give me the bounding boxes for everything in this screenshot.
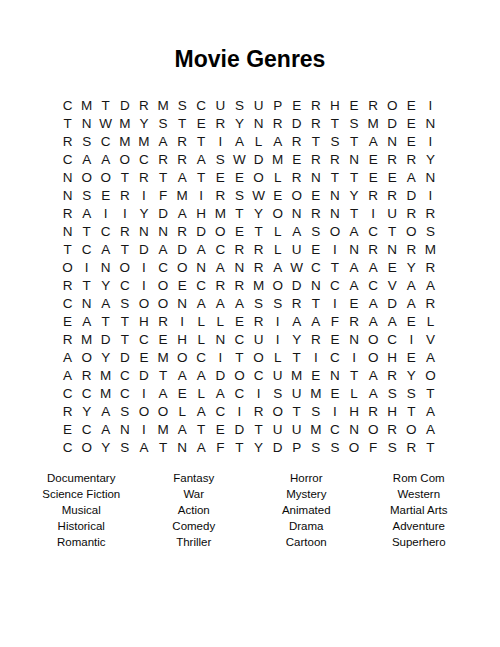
grid-cell-r2c17: M [364,114,383,132]
grid-cell-r3c11: L [249,132,268,150]
grid-cell-r11c3: Y [96,276,115,294]
grid-cell-r7c13: N [287,204,306,222]
grid-cell-r16c9: D [211,367,230,385]
word-list-item: Drama [250,518,363,534]
grid-cell-r13c20: L [421,313,440,331]
grid-cell-r20c5: A [134,439,153,457]
grid-cell-r12c5: O [134,295,153,313]
grid-cell-r9c14: E [306,240,325,258]
grid-cell-r6c8: I [192,186,211,204]
grid-cell-r16c4: C [115,367,134,385]
grid-cell-r5c5: R [134,168,153,186]
grid-cell-r12c8: A [192,295,211,313]
grid-cell-r2c12: R [268,114,287,132]
word-list-column: DocumentaryScience FictionMusicalHistori… [25,470,138,550]
grid-cell-r15c14: I [306,349,325,367]
grid-cell-r11c5: I [134,276,153,294]
grid-cell-r1c8: C [192,96,211,114]
grid-cell-r17c15: E [325,385,344,403]
grid-cell-r16c5: D [134,367,153,385]
word-list-column: HorrorMysteryAnimatedDramaCartoon [250,470,363,550]
grid-cell-r12c11: S [249,295,268,313]
grid-cell-r2c2: N [77,114,96,132]
grid-cell-r3c15: S [325,132,344,150]
grid-cell-r6c7: M [173,186,192,204]
grid-cell-r14c3: D [96,331,115,349]
grid-cell-r2c5: Y [134,114,153,132]
grid-cell-r19c15: C [325,421,344,439]
grid-cell-r11c9: R [211,276,230,294]
grid-cell-r5c6: T [154,168,173,186]
grid-cell-r1c13: E [287,96,306,114]
grid-cell-r11c16: A [345,276,364,294]
grid-cell-r11c8: C [192,276,211,294]
grid-cell-r2c20: N [421,114,440,132]
grid-cell-r10c7: O [173,258,192,276]
grid-cell-r8c19: O [402,222,421,240]
grid-cell-r18c12: O [268,403,287,421]
grid-cell-r11c6: O [154,276,173,294]
grid-cell-r14c2: M [77,331,96,349]
grid-cell-r19c11: T [249,421,268,439]
grid-cell-r4c12: M [268,150,287,168]
grid-cell-r7c14: R [306,204,325,222]
grid-cell-r8c3: C [96,222,115,240]
grid-cell-r11c2: T [77,276,96,294]
grid-cell-r3c13: R [287,132,306,150]
grid-cell-r14c9: N [211,331,230,349]
grid-cell-r4c4: O [115,150,134,168]
grid-cell-r6c13: O [287,186,306,204]
grid-cell-r1c3: T [96,96,115,114]
grid-cell-r5c16: T [345,168,364,186]
grid-cell-r19c5: I [134,421,153,439]
grid-cell-r16c17: A [364,367,383,385]
grid-cell-r12c16: E [345,295,364,313]
grid-cell-r6c19: D [402,186,421,204]
grid-cell-r12c12: S [268,295,287,313]
grid-cell-r11c12: O [268,276,287,294]
grid-cell-r4c10: W [230,150,249,168]
grid-cell-r11c20: A [421,276,440,294]
grid-cell-r18c3: A [96,403,115,421]
grid-cell-r19c7: A [173,421,192,439]
grid-cell-r8c17: C [364,222,383,240]
grid-cell-r19c2: C [77,421,96,439]
grid-cell-r1c18: O [383,96,402,114]
grid-cell-r17c16: L [345,385,364,403]
grid-cell-r1c10: S [230,96,249,114]
grid-cell-r2c8: E [192,114,211,132]
grid-cell-r20c4: S [115,439,134,457]
grid-cell-r18c1: R [58,403,77,421]
grid-cell-r1c1: C [58,96,77,114]
grid-cell-r10c12: A [268,258,287,276]
grid-cell-r13c5: H [134,313,153,331]
grid-cell-r15c5: E [134,349,153,367]
word-list-column: FantasyWarActionComedyThriller [138,470,251,550]
grid-cell-r6c10: S [230,186,249,204]
grid-cell-r14c7: H [173,331,192,349]
grid-cell-r8c15: O [325,222,344,240]
grid-cell-r13c3: T [96,313,115,331]
grid-cell-r20c13: P [287,439,306,457]
grid-cell-r14c12: I [268,331,287,349]
grid-cell-r1c2: M [77,96,96,114]
grid-cell-r12c7: N [173,295,192,313]
grid-cell-r8c11: T [249,222,268,240]
grid-cell-r4c7: R [173,150,192,168]
grid-cell-r3c6: A [154,132,173,150]
grid-cell-r8c14: S [306,222,325,240]
grid-cell-r11c1: R [58,276,77,294]
grid-cell-r20c6: T [154,439,173,457]
word-list-item: Animated [250,502,363,518]
grid-cell-r4c2: A [77,150,96,168]
grid-cell-r15c7: O [173,349,192,367]
grid-cell-r3c19: E [402,132,421,150]
word-list: DocumentaryScience FictionMusicalHistori… [25,470,475,550]
grid-cell-r15c20: A [421,349,440,367]
grid-cell-r12c2: N [77,295,96,313]
grid-cell-r5c3: O [96,168,115,186]
grid-cell-r18c20: A [421,403,440,421]
grid-cell-r9c11: R [249,240,268,258]
grid-cell-r2c19: E [402,114,421,132]
grid-cell-r8c7: R [173,222,192,240]
grid-cell-r9c3: A [96,240,115,258]
grid-cell-r16c19: Y [402,367,421,385]
grid-cell-r5c13: R [287,168,306,186]
grid-cell-r3c20: I [421,132,440,150]
grid-cell-r19c6: M [154,421,173,439]
grid-cell-r10c13: W [287,258,306,276]
word-list-item: Adventure [363,518,476,534]
grid-cell-r9c17: R [364,240,383,258]
grid-cell-r1c14: R [306,96,325,114]
grid-cell-r20c3: Y [96,439,115,457]
grid-cell-r14c6: E [154,331,173,349]
grid-cell-r1c4: D [115,96,134,114]
grid-cell-r2c14: R [306,114,325,132]
grid-cell-r16c8: A [192,367,211,385]
grid-cell-r9c13: U [287,240,306,258]
grid-cell-r14c15: E [325,331,344,349]
grid-cell-r2c6: S [154,114,173,132]
grid-cell-r7c19: R [402,204,421,222]
grid-cell-r8c9: O [211,222,230,240]
grid-cell-r6c12: E [268,186,287,204]
grid-cell-r18c16: H [345,403,364,421]
grid-cell-r10c16: A [345,258,364,276]
word-list-item: Historical [25,518,138,534]
grid-cell-r3c4: M [115,132,134,150]
grid-cell-r20c19: R [402,439,421,457]
grid-cell-r10c11: R [249,258,268,276]
grid-cell-r13c14: A [306,313,325,331]
grid-cell-r5c19: A [402,168,421,186]
grid-cell-r20c1: C [58,439,77,457]
grid-cell-r8c10: E [230,222,249,240]
grid-cell-r13c9: L [211,313,230,331]
grid-cell-r6c17: R [364,186,383,204]
grid-cell-r3c17: A [364,132,383,150]
grid-cell-r20c11: Y [249,439,268,457]
word-list-item: Musical [25,502,138,518]
grid-cell-r5c1: N [58,168,77,186]
grid-cell-r6c3: E [96,186,115,204]
word-list-item: War [138,486,251,502]
grid-cell-r5c4: T [115,168,134,186]
grid-cell-r19c9: E [211,421,230,439]
grid-cell-r16c6: T [154,367,173,385]
grid-cell-r12c13: R [287,295,306,313]
letter-grid: CMTDRMSCUSUPERHEROEITNWMYSTERYNRDRTSMDEN… [58,96,440,457]
grid-cell-r19c12: U [268,421,287,439]
grid-cell-r13c18: A [383,313,402,331]
grid-cell-r7c20: R [421,204,440,222]
grid-cell-r14c14: R [306,331,325,349]
grid-cell-r7c6: D [154,204,173,222]
grid-cell-r18c15: I [325,403,344,421]
grid-cell-r11c13: D [287,276,306,294]
grid-cell-r18c11: R [249,403,268,421]
grid-cell-r1c5: R [134,96,153,114]
grid-cell-r13c17: A [364,313,383,331]
grid-cell-r6c5: I [134,186,153,204]
grid-cell-r15c19: E [402,349,421,367]
grid-cell-r17c14: M [306,385,325,403]
grid-cell-r8c5: N [134,222,153,240]
grid-cell-r11c19: A [402,276,421,294]
word-list-item: Fantasy [138,470,251,486]
grid-cell-r18c17: R [364,403,383,421]
grid-cell-r10c17: A [364,258,383,276]
grid-cell-r15c18: H [383,349,402,367]
grid-cell-r10c15: T [325,258,344,276]
grid-cell-r3c7: R [173,132,192,150]
grid-cell-r7c7: A [173,204,192,222]
grid-cell-r15c16: I [345,349,364,367]
word-list-item: Martial Arts [363,502,476,518]
grid-cell-r5c7: A [173,168,192,186]
grid-cell-r3c8: T [192,132,211,150]
grid-cell-r5c9: E [211,168,230,186]
grid-cell-r19c14: M [306,421,325,439]
grid-cell-r13c1: E [58,313,77,331]
grid-cell-r2c10: Y [230,114,249,132]
grid-cell-r13c13: A [287,313,306,331]
grid-cell-r8c13: A [287,222,306,240]
grid-cell-r10c3: N [96,258,115,276]
grid-cell-r5c12: L [268,168,287,186]
grid-cell-r9c9: C [211,240,230,258]
grid-cell-r10c18: E [383,258,402,276]
grid-cell-r3c9: I [211,132,230,150]
grid-cell-r13c12: I [268,313,287,331]
grid-cell-r9c15: I [325,240,344,258]
grid-cell-r17c19: S [402,385,421,403]
grid-cell-r15c2: O [77,349,96,367]
grid-cell-r9c18: N [383,240,402,258]
grid-cell-r17c11: I [249,385,268,403]
grid-cell-r12c17: A [364,295,383,313]
grid-cell-r4c5: C [134,150,153,168]
grid-cell-r17c20: T [421,385,440,403]
grid-cell-r16c12: U [268,367,287,385]
grid-cell-r19c19: O [402,421,421,439]
grid-cell-r3c3: C [96,132,115,150]
grid-cell-r8c12: L [268,222,287,240]
grid-cell-r4c15: R [325,150,344,168]
grid-cell-r4c20: Y [421,150,440,168]
grid-cell-r15c13: T [287,349,306,367]
grid-cell-r16c15: N [325,367,344,385]
grid-cell-r2c13: D [287,114,306,132]
grid-cell-r13c4: T [115,313,134,331]
grid-cell-r20c9: F [211,439,230,457]
grid-cell-r19c10: D [230,421,249,439]
grid-cell-r13c2: A [77,313,96,331]
grid-cell-r12c15: I [325,295,344,313]
grid-cell-r17c2: C [77,385,96,403]
grid-cell-r7c3: I [96,204,115,222]
grid-cell-r14c10: C [230,331,249,349]
word-list-item: Documentary [25,470,138,486]
grid-cell-r1c7: S [173,96,192,114]
grid-cell-r19c16: N [345,421,364,439]
grid-cell-r1c20: I [421,96,440,114]
grid-cell-r9c1: T [58,240,77,258]
grid-cell-r1c9: U [211,96,230,114]
grid-cell-r1c19: E [402,96,421,114]
grid-cell-r4c6: R [154,150,173,168]
grid-cell-r14c1: R [58,331,77,349]
grid-cell-r11c15: C [325,276,344,294]
grid-cell-r15c9: I [211,349,230,367]
grid-cell-r17c7: E [173,385,192,403]
grid-cell-r8c6: N [154,222,173,240]
grid-cell-r7c12: O [268,204,287,222]
word-list-column: Rom ComWesternMartial ArtsAdventureSuper… [363,470,476,550]
grid-cell-r16c13: M [287,367,306,385]
grid-cell-r19c1: E [58,421,77,439]
grid-cell-r16c18: R [383,367,402,385]
grid-cell-r9c5: D [134,240,153,258]
grid-cell-r3c18: N [383,132,402,150]
grid-cell-r3c5: M [134,132,153,150]
grid-cell-r12c6: O [154,295,173,313]
grid-cell-r18c2: Y [77,403,96,421]
grid-cell-r14c8: L [192,331,211,349]
grid-cell-r16c1: A [58,367,77,385]
grid-cell-r10c20: R [421,258,440,276]
grid-cell-r11c14: N [306,276,325,294]
grid-cell-r15c4: D [115,349,134,367]
grid-cell-r14c20: V [421,331,440,349]
grid-cell-r17c8: L [192,385,211,403]
grid-cell-r10c4: O [115,258,134,276]
grid-cell-r17c3: M [96,385,115,403]
grid-cell-r18c5: O [134,403,153,421]
grid-cell-r2c1: T [58,114,77,132]
word-list-item: Comedy [138,518,251,534]
grid-cell-r12c10: A [230,295,249,313]
grid-cell-r6c20: I [421,186,440,204]
grid-cell-r12c9: A [211,295,230,313]
grid-cell-r14c18: C [383,331,402,349]
grid-cell-r7c15: N [325,204,344,222]
grid-cell-r14c17: O [364,331,383,349]
grid-cell-r5c20: N [421,168,440,186]
grid-cell-r12c1: C [58,295,77,313]
grid-cell-r20c2: O [77,439,96,457]
grid-cell-r2c15: T [325,114,344,132]
grid-cell-r11c10: R [230,276,249,294]
grid-cell-r6c18: R [383,186,402,204]
grid-cell-r4c18: R [383,150,402,168]
grid-cell-r16c11: C [249,367,268,385]
grid-cell-r5c15: T [325,168,344,186]
grid-cell-r9c6: A [154,240,173,258]
word-list-item: Action [138,502,251,518]
grid-cell-r18c4: S [115,403,134,421]
grid-cell-r13c7: I [173,313,192,331]
grid-cell-r14c5: C [134,331,153,349]
word-list-item: Rom Com [363,470,476,486]
word-list-item: Cartoon [250,534,363,550]
grid-cell-r10c19: Y [402,258,421,276]
grid-cell-r1c16: E [345,96,364,114]
word-list-item: Western [363,486,476,502]
grid-cell-r15c15: C [325,349,344,367]
grid-cell-r1c6: M [154,96,173,114]
grid-cell-r15c12: L [268,349,287,367]
grid-cell-r5c11: O [249,168,268,186]
grid-cell-r15c8: C [192,349,211,367]
grid-cell-r12c20: R [421,295,440,313]
grid-cell-r3c1: R [58,132,77,150]
grid-cell-r18c9: C [211,403,230,421]
grid-cell-r15c3: Y [96,349,115,367]
grid-cell-r9c16: N [345,240,364,258]
grid-cell-r17c17: A [364,385,383,403]
word-list-item: Thriller [138,534,251,550]
grid-cell-r13c15: F [325,313,344,331]
grid-cell-r18c7: L [173,403,192,421]
grid-cell-r2c4: M [115,114,134,132]
grid-cell-r4c13: E [287,150,306,168]
grid-cell-r14c13: Y [287,331,306,349]
grid-cell-r9c4: T [115,240,134,258]
grid-cell-r6c16: Y [345,186,364,204]
grid-cell-r18c8: A [192,403,211,421]
grid-cell-r11c4: C [115,276,134,294]
grid-cell-r15c11: O [249,349,268,367]
grid-cell-r2c18: D [383,114,402,132]
grid-cell-r11c17: C [364,276,383,294]
grid-cell-r7c1: R [58,204,77,222]
grid-cell-r4c14: R [306,150,325,168]
grid-cell-r18c10: I [230,403,249,421]
grid-cell-r19c17: O [364,421,383,439]
grid-cell-r15c6: M [154,349,173,367]
word-list-item: Horror [250,470,363,486]
grid-cell-r16c7: A [173,367,192,385]
grid-cell-r20c17: F [364,439,383,457]
grid-cell-r17c1: C [58,385,77,403]
grid-cell-r20c15: S [325,439,344,457]
